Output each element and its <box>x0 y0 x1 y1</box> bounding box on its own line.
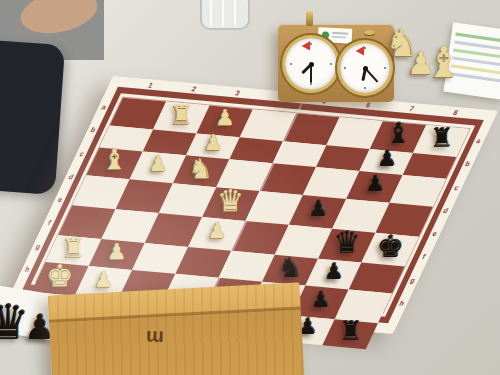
drinking-glass <box>200 0 250 30</box>
label-right-e: e <box>431 230 438 237</box>
wooden-box: m <box>48 282 305 375</box>
black-rook-h8: ♜ <box>339 318 362 344</box>
white-pawn-a3: ♟ <box>215 107 235 129</box>
glass-facet <box>234 0 236 26</box>
player-arm-sleeve <box>0 39 65 195</box>
clock-winder-pin <box>306 11 313 26</box>
glass-facet <box>210 0 212 26</box>
white-pawn-c2: ♟ <box>148 153 168 175</box>
label-right-c: c <box>453 184 460 191</box>
clock-left-flag <box>302 41 315 53</box>
box-mark: m <box>146 326 165 350</box>
black-pawn-g7: ♟ <box>310 288 330 310</box>
label-left-e: e <box>57 196 64 203</box>
label-left-b: b <box>89 126 96 133</box>
white-bishop-c1: ♝ <box>102 146 127 174</box>
label-left-h: h <box>24 265 31 272</box>
label-right-f: f <box>421 253 427 260</box>
sticker-text-line <box>332 36 346 39</box>
black-pawn-f7: ♟ <box>323 260 343 282</box>
white-king-g1: ♚ <box>47 261 74 291</box>
label-top-8: 8 <box>452 109 459 116</box>
label-left-a: a <box>100 103 107 110</box>
label-top-6: 6 <box>365 101 372 108</box>
clock-left-dial <box>285 38 337 90</box>
sticker-green-logo <box>322 31 329 38</box>
chess-clock <box>278 24 394 102</box>
clock-right-dial <box>340 43 390 93</box>
label-left-g: g <box>35 242 42 249</box>
label-top-1: 1 <box>147 81 154 88</box>
black-pawn-c7: ♟ <box>365 173 385 195</box>
black-knight-f6: ♞ <box>278 254 302 281</box>
glass-facet <box>222 0 224 26</box>
label-top-3: 3 <box>234 89 241 96</box>
black-pawn-b7: ♟ <box>376 148 396 170</box>
black-bishop-a7: ♝ <box>385 120 410 148</box>
black-rook-a8: ♜ <box>430 125 453 151</box>
black-pawn-d6: ♟ <box>308 198 328 220</box>
dial-hub <box>363 66 368 71</box>
sticker-text-line <box>332 32 348 35</box>
white-knight-c3: ♞ <box>189 155 213 182</box>
label-right-a: a <box>475 137 482 144</box>
white-queen-d4: ♛ <box>217 186 244 216</box>
label-right-b: b <box>464 160 471 167</box>
white-pawn-b3: ♟ <box>203 132 223 154</box>
label-top-2: 2 <box>191 85 198 92</box>
label-right-g: g <box>409 276 416 283</box>
black-king-e8: ♚ <box>377 232 404 262</box>
clock-left-minute-hand <box>310 64 312 83</box>
label-left-c: c <box>79 150 86 157</box>
white-pawn-g2: ♟ <box>93 269 113 291</box>
photo-scene: 12345678 12345678 abcdefgh abcdefgh ♜♟♝♜… <box>0 0 500 375</box>
clock-right-button <box>364 30 375 35</box>
label-right-h: h <box>398 299 405 306</box>
black-queen-e7: ♛ <box>333 228 360 258</box>
white-pawn-f2: ♟ <box>107 240 127 262</box>
dial-hub <box>309 62 314 67</box>
white-rook-f1: ♜ <box>62 235 85 261</box>
label-left-f: f <box>47 219 53 226</box>
wood-grain <box>48 282 305 375</box>
white-pawn-e4: ♟ <box>207 220 227 242</box>
label-right-d: d <box>442 207 449 214</box>
clock-right-flag <box>356 46 369 58</box>
label-top-7: 7 <box>408 105 415 112</box>
label-left-d: d <box>68 173 75 180</box>
white-rook-a2: ♜ <box>170 101 193 127</box>
captured-white-bishop: ♝ <box>425 42 463 84</box>
